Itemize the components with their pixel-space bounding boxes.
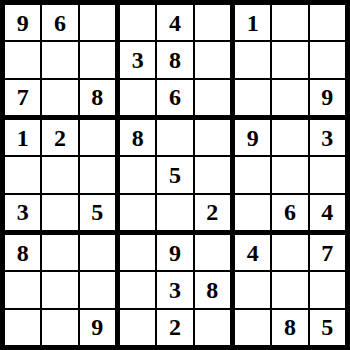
cell-r8c4[interactable] — [120, 272, 155, 307]
cell-r9c7[interactable] — [235, 310, 270, 345]
cell-r4c9: 3 — [310, 120, 345, 155]
cell-r3c3: 8 — [80, 80, 115, 115]
cell-r9c3: 9 — [80, 310, 115, 345]
cell-r1c1: 9 — [5, 5, 40, 40]
cell-r3c5: 6 — [157, 80, 192, 115]
cell-r8c1[interactable] — [5, 272, 40, 307]
cell-r1c9[interactable] — [310, 5, 345, 40]
cell-r4c2: 2 — [42, 120, 77, 155]
cell-r1c6[interactable] — [195, 5, 230, 40]
cell-r9c2[interactable] — [42, 310, 77, 345]
cell-r7c6[interactable] — [195, 235, 230, 270]
cell-r5c7[interactable] — [235, 157, 270, 192]
cell-r6c6: 2 — [195, 195, 230, 230]
sudoku-box-r2c3: 9364 — [235, 120, 345, 230]
sudoku-box-r3c3: 4785 — [235, 235, 345, 345]
cell-r6c5[interactable] — [157, 195, 192, 230]
sudoku-board: 9678438619123585293648993824785 — [0, 0, 350, 350]
cell-r7c8[interactable] — [272, 235, 307, 270]
cell-r8c7[interactable] — [235, 272, 270, 307]
cell-r9c8: 8 — [272, 310, 307, 345]
cell-r4c7: 9 — [235, 120, 270, 155]
cell-r6c7[interactable] — [235, 195, 270, 230]
cell-r8c2[interactable] — [42, 272, 77, 307]
sudoku-box-r2c2: 852 — [120, 120, 230, 230]
cell-r8c8[interactable] — [272, 272, 307, 307]
sudoku-box-r3c2: 9382 — [120, 235, 230, 345]
cell-r6c8: 6 — [272, 195, 307, 230]
cell-r2c3[interactable] — [80, 42, 115, 77]
cell-r6c9: 4 — [310, 195, 345, 230]
cell-r7c7: 4 — [235, 235, 270, 270]
cell-r7c5: 9 — [157, 235, 192, 270]
cell-r8c5: 3 — [157, 272, 192, 307]
cell-r3c4[interactable] — [120, 80, 155, 115]
cell-r1c4[interactable] — [120, 5, 155, 40]
cell-r5c3[interactable] — [80, 157, 115, 192]
cell-r5c9[interactable] — [310, 157, 345, 192]
cell-r9c5: 2 — [157, 310, 192, 345]
cell-r2c7[interactable] — [235, 42, 270, 77]
cell-r4c4: 8 — [120, 120, 155, 155]
cell-r8c6: 8 — [195, 272, 230, 307]
cell-r3c6[interactable] — [195, 80, 230, 115]
cell-r7c3[interactable] — [80, 235, 115, 270]
cell-r2c1[interactable] — [5, 42, 40, 77]
cell-r5c8[interactable] — [272, 157, 307, 192]
sudoku-box-r2c1: 1235 — [5, 120, 115, 230]
cell-r6c2[interactable] — [42, 195, 77, 230]
cell-r9c1[interactable] — [5, 310, 40, 345]
cell-r2c8[interactable] — [272, 42, 307, 77]
cell-r1c7: 1 — [235, 5, 270, 40]
cell-r7c4[interactable] — [120, 235, 155, 270]
cell-r4c8[interactable] — [272, 120, 307, 155]
cell-r5c1[interactable] — [5, 157, 40, 192]
cell-r2c2[interactable] — [42, 42, 77, 77]
cell-r8c9[interactable] — [310, 272, 345, 307]
cell-r2c9[interactable] — [310, 42, 345, 77]
cell-r7c1: 8 — [5, 235, 40, 270]
cell-r3c2[interactable] — [42, 80, 77, 115]
sudoku-box-r1c2: 4386 — [120, 5, 230, 115]
cell-r2c4: 3 — [120, 42, 155, 77]
cell-r6c3: 5 — [80, 195, 115, 230]
cell-r5c2[interactable] — [42, 157, 77, 192]
cell-r3c8[interactable] — [272, 80, 307, 115]
sudoku-box-r1c3: 19 — [235, 5, 345, 115]
cell-r2c6[interactable] — [195, 42, 230, 77]
cell-r4c3[interactable] — [80, 120, 115, 155]
cell-r1c3[interactable] — [80, 5, 115, 40]
cell-r8c3[interactable] — [80, 272, 115, 307]
cell-r9c4[interactable] — [120, 310, 155, 345]
cell-r9c9: 5 — [310, 310, 345, 345]
cell-r4c6[interactable] — [195, 120, 230, 155]
cell-r5c5: 5 — [157, 157, 192, 192]
cell-r7c2[interactable] — [42, 235, 77, 270]
cell-r5c6[interactable] — [195, 157, 230, 192]
cell-r3c7[interactable] — [235, 80, 270, 115]
cell-r6c1: 3 — [5, 195, 40, 230]
sudoku-box-r3c1: 89 — [5, 235, 115, 345]
cell-r2c5: 8 — [157, 42, 192, 77]
cell-r4c5[interactable] — [157, 120, 192, 155]
cell-r1c5: 4 — [157, 5, 192, 40]
cell-r1c8[interactable] — [272, 5, 307, 40]
cell-r1c2: 6 — [42, 5, 77, 40]
cell-r7c9: 7 — [310, 235, 345, 270]
cell-r5c4[interactable] — [120, 157, 155, 192]
cell-r9c6[interactable] — [195, 310, 230, 345]
cell-r3c9: 9 — [310, 80, 345, 115]
sudoku-box-r1c1: 9678 — [5, 5, 115, 115]
cell-r6c4[interactable] — [120, 195, 155, 230]
cell-r3c1: 7 — [5, 80, 40, 115]
cell-r4c1: 1 — [5, 120, 40, 155]
